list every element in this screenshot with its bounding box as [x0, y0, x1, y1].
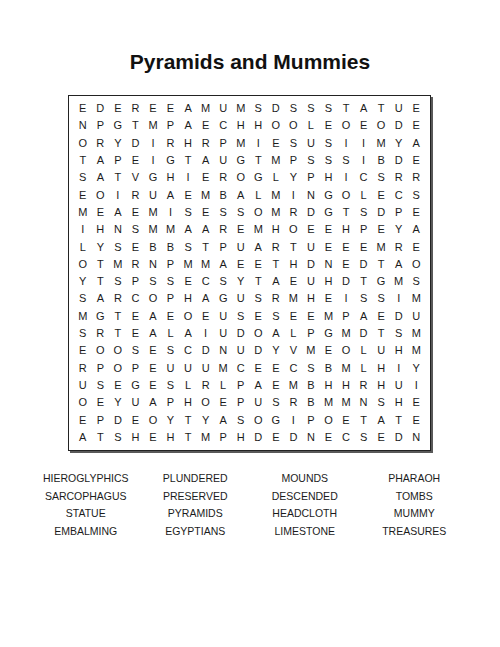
grid-cell-r12c12: R	[267, 290, 285, 307]
grid-cell-r12c17: S	[355, 290, 373, 307]
grid-cell-r1c16: T	[337, 100, 355, 117]
grid-cell-r14c18: T	[372, 325, 390, 342]
grid-cell-r2c6: P	[162, 117, 180, 134]
grid-cell-r15c17: L	[355, 342, 373, 359]
grid-cell-r8c6: M	[162, 221, 180, 238]
grid-cell-r15c11: D	[249, 342, 267, 359]
word-headcloth: HEADCLOTH	[252, 505, 358, 523]
grid-cell-r6c2: O	[92, 186, 110, 203]
grid-cell-r14c8: I	[197, 325, 215, 342]
grid-cell-r13c19: D	[390, 308, 408, 325]
grid-cell-r11c17: T	[355, 273, 373, 290]
grid-cell-r9c12: R	[267, 238, 285, 255]
grid-cell-r6c5: U	[144, 186, 162, 203]
grid-cell-r10c12: T	[267, 256, 285, 273]
grid-cell-r19c5: O	[144, 411, 162, 428]
grid-cell-r11c11: T	[249, 273, 267, 290]
grid-cell-r4c17: I	[355, 152, 373, 169]
grid-cell-r3c15: S	[320, 135, 338, 152]
grid-cell-r17c20: I	[407, 377, 425, 394]
grid-cell-r13c3: T	[109, 308, 127, 325]
grid-cell-r10c6: P	[162, 256, 180, 273]
word-tombs: TOMBS	[362, 488, 468, 506]
grid-cell-r15c19: H	[390, 342, 408, 359]
grid-cell-r17c18: H	[372, 377, 390, 394]
grid-cell-r3c4: D	[127, 135, 145, 152]
grid-cell-r17c19: U	[390, 377, 408, 394]
grid-cell-r3c3: Y	[109, 135, 127, 152]
grid-cell-r8c1: I	[74, 221, 92, 238]
grid-cell-r19c8: Y	[197, 411, 215, 428]
grid-cell-r15c2: O	[92, 342, 110, 359]
grid-cell-r6c19: C	[390, 186, 408, 203]
grid-cell-r19c10: S	[232, 411, 250, 428]
grid-cell-r12c11: S	[249, 290, 267, 307]
grid-cell-r7c19: P	[390, 204, 408, 221]
grid-cell-r2c9: C	[214, 117, 232, 134]
grid-cell-r17c8: R	[197, 377, 215, 394]
grid-cell-r9c19: R	[390, 238, 408, 255]
grid-cell-r3c2: R	[92, 135, 110, 152]
grid-cell-r14c12: A	[267, 325, 285, 342]
word-list-column-3: MOUNDSDESCENDEDHEADCLOTHLIMESTONE	[252, 470, 358, 540]
grid-cell-r19c19: T	[390, 411, 408, 428]
grid-cell-r8c5: M	[144, 221, 162, 238]
grid-cell-r14c11: O	[249, 325, 267, 342]
grid-cell-r9c4: E	[127, 238, 145, 255]
grid-cell-r10c10: E	[232, 256, 250, 273]
grid-cell-r10c17: D	[355, 256, 373, 273]
grid-cell-r20c16: C	[337, 429, 355, 446]
grid-cell-r19c9: A	[214, 411, 232, 428]
grid-cell-r19c6: Y	[162, 411, 180, 428]
grid-cell-r3c18: M	[372, 135, 390, 152]
grid-cell-r10c3: M	[109, 256, 127, 273]
grid-cell-r15c4: S	[127, 342, 145, 359]
grid-cell-r18c12: S	[267, 394, 285, 411]
grid-cell-r4c18: B	[372, 152, 390, 169]
grid-cell-r10c16: E	[337, 256, 355, 273]
grid-cell-r9c1: L	[74, 238, 92, 255]
grid-cell-r6c11: L	[249, 186, 267, 203]
grid-cell-r2c11: H	[249, 117, 267, 134]
grid-cell-r8c8: A	[197, 221, 215, 238]
grid-cell-r16c12: E	[267, 359, 285, 376]
grid-cell-r2c18: O	[372, 117, 390, 134]
grid-cell-r10c18: T	[372, 256, 390, 273]
grid-cell-r18c14: B	[302, 394, 320, 411]
grid-cell-r12c16: I	[337, 290, 355, 307]
grid-cell-r17c15: H	[320, 377, 338, 394]
grid-cell-r12c7: H	[179, 290, 197, 307]
grid-cell-r13c17: A	[355, 308, 373, 325]
grid-cell-r4c14: S	[302, 152, 320, 169]
grid-cell-r9c9: P	[214, 238, 232, 255]
grid-cell-r18c15: M	[320, 394, 338, 411]
grid-cell-r6c18: E	[372, 186, 390, 203]
grid-cell-r5c4: V	[127, 169, 145, 186]
grid-cell-r14c9: U	[214, 325, 232, 342]
word-list-column-4: PHARAOHTOMBSMUMMYTREASURES	[362, 470, 468, 540]
grid-cell-r7c9: S	[214, 204, 232, 221]
grid-cell-r1c20: E	[407, 100, 425, 117]
grid-cell-r7c15: G	[320, 204, 338, 221]
grid-cell-r7c3: A	[109, 204, 127, 221]
grid-cell-r12c1: S	[74, 290, 92, 307]
grid-cell-r9c14: U	[302, 238, 320, 255]
grid-cell-r9c13: T	[285, 238, 303, 255]
word-egyptians: EGYPTIANS	[143, 523, 249, 541]
grid-cell-r18c13: R	[285, 394, 303, 411]
grid-cell-r3c11: I	[249, 135, 267, 152]
grid-cell-r1c5: E	[144, 100, 162, 117]
grid-cell-r8c15: E	[320, 221, 338, 238]
grid-cell-r12c2: A	[92, 290, 110, 307]
grid-cell-r20c20: N	[407, 429, 425, 446]
grid-cell-r16c14: S	[302, 359, 320, 376]
grid-cell-r14c1: S	[74, 325, 92, 342]
grid-cell-r3c17: I	[355, 135, 373, 152]
grid-cell-r3c13: S	[285, 135, 303, 152]
grid-cell-r15c13: V	[285, 342, 303, 359]
grid-cell-r14c7: A	[179, 325, 197, 342]
grid-cell-r6c6: A	[162, 186, 180, 203]
grid-cell-r8c19: Y	[390, 221, 408, 238]
grid-cell-r16c19: I	[390, 359, 408, 376]
grid-cell-r15c14: M	[302, 342, 320, 359]
grid-cell-r9c16: E	[337, 238, 355, 255]
grid-cell-r4c3: P	[109, 152, 127, 169]
grid-cell-r11c16: D	[337, 273, 355, 290]
grid-cell-r17c4: G	[127, 377, 145, 394]
grid-cell-r12c5: O	[144, 290, 162, 307]
grid-cell-r17c16: H	[337, 377, 355, 394]
grid-cell-r11c8: C	[197, 273, 215, 290]
grid-cell-r4c6: G	[162, 152, 180, 169]
word-search-grid: EDEREEAMUMSDSSSTATUENPGTMPAECHHOOLEOEODE…	[68, 95, 431, 451]
grid-cell-r18c18: S	[372, 394, 390, 411]
grid-cell-r14c19: S	[390, 325, 408, 342]
grid-cell-r8c16: H	[337, 221, 355, 238]
grid-cell-r14c16: M	[337, 325, 355, 342]
grid-cell-r5c19: R	[390, 169, 408, 186]
grid-cell-r20c11: D	[249, 429, 267, 446]
grid-cell-r3c14: U	[302, 135, 320, 152]
grid-cell-r10c19: A	[390, 256, 408, 273]
grid-cell-r3c12: E	[267, 135, 285, 152]
grid-cell-r9c2: Y	[92, 238, 110, 255]
grid-cell-r13c16: P	[337, 308, 355, 325]
grid-cell-r9c5: B	[144, 238, 162, 255]
grid-cell-r13c11: E	[249, 308, 267, 325]
grid-cell-r5c9: R	[214, 169, 232, 186]
grid-cell-r19c4: E	[127, 411, 145, 428]
grid-cell-r19c3: D	[109, 411, 127, 428]
grid-cell-r13c7: O	[179, 308, 197, 325]
grid-cell-r18c2: E	[92, 394, 110, 411]
grid-cell-r8c7: A	[179, 221, 197, 238]
grid-cell-r14c4: E	[127, 325, 145, 342]
grid-cell-r18c1: O	[74, 394, 92, 411]
grid-cell-r16c3: O	[109, 359, 127, 376]
grid-cell-r9c15: E	[320, 238, 338, 255]
grid-cell-r4c11: T	[249, 152, 267, 169]
grid-cell-r4c9: U	[214, 152, 232, 169]
grid-cell-r10c4: R	[127, 256, 145, 273]
word-plundered: PLUNDERED	[143, 470, 249, 488]
grid-cell-r17c10: P	[232, 377, 250, 394]
grid-cell-r12c15: E	[320, 290, 338, 307]
word-mummy: MUMMY	[362, 505, 468, 523]
word-pharaoh: PHARAOH	[362, 470, 468, 488]
grid-cell-r19c11: O	[249, 411, 267, 428]
grid-cell-r6c16: O	[337, 186, 355, 203]
grid-cell-r18c17: N	[355, 394, 373, 411]
grid-cell-r5c15: H	[320, 169, 338, 186]
grid-cell-r1c4: R	[127, 100, 145, 117]
grid-cell-r11c13: E	[285, 273, 303, 290]
grid-cell-r11c20: S	[407, 273, 425, 290]
grid-cell-r1c10: M	[232, 100, 250, 117]
grid-cell-r15c12: Y	[267, 342, 285, 359]
grid-cell-r20c7: T	[179, 429, 197, 446]
grid-cell-r12c4: C	[127, 290, 145, 307]
grid-cell-r3c6: R	[162, 135, 180, 152]
grid-cell-r7c13: R	[285, 204, 303, 221]
grid-cell-r13c8: E	[197, 308, 215, 325]
grid-cell-r2c17: E	[355, 117, 373, 134]
grid-cell-r10c9: A	[214, 256, 232, 273]
grid-cell-r11c1: Y	[74, 273, 92, 290]
grid-cell-r11c2: T	[92, 273, 110, 290]
grid-cell-r20c12: E	[267, 429, 285, 446]
grid-cell-r7c2: E	[92, 204, 110, 221]
grid-cell-r6c17: L	[355, 186, 373, 203]
grid-cell-r10c1: O	[74, 256, 92, 273]
grid-cell-r15c9: N	[214, 342, 232, 359]
grid-cell-r19c20: E	[407, 411, 425, 428]
grid-cell-r17c7: L	[179, 377, 197, 394]
grid-cell-r7c17: S	[355, 204, 373, 221]
grid-cell-r2c10: H	[232, 117, 250, 134]
word-treasures: TREASURES	[362, 523, 468, 541]
grid-cell-r8c17: P	[355, 221, 373, 238]
grid-cell-r2c1: N	[74, 117, 92, 134]
grid-cell-r12c19: I	[390, 290, 408, 307]
grid-cell-r18c10: P	[232, 394, 250, 411]
word-preserved: PRESERVED	[143, 488, 249, 506]
grid-cell-r7c20: E	[407, 204, 425, 221]
grid-cell-r1c9: U	[214, 100, 232, 117]
grid-cell-r10c15: N	[320, 256, 338, 273]
grid-cell-r19c12: G	[267, 411, 285, 428]
grid-cell-r19c17: T	[355, 411, 373, 428]
grid-cell-r20c6: H	[162, 429, 180, 446]
grid-cell-r7c11: O	[249, 204, 267, 221]
grid-cell-r2c5: M	[144, 117, 162, 134]
grid-cell-r7c6: I	[162, 204, 180, 221]
grid-cell-r19c15: O	[320, 411, 338, 428]
grid-cell-r9c10: U	[232, 238, 250, 255]
word-pyramids: PYRAMIDS	[143, 505, 249, 523]
grid-cell-r5c10: O	[232, 169, 250, 186]
grid-cell-r12c3: R	[109, 290, 127, 307]
grid-cell-r10c8: M	[197, 256, 215, 273]
grid-cell-r1c13: S	[285, 100, 303, 117]
grid-cell-r1c15: S	[320, 100, 338, 117]
grid-cell-r13c9: U	[214, 308, 232, 325]
grid-cell-r3c19: Y	[390, 135, 408, 152]
grid-cell-r5c17: C	[355, 169, 373, 186]
grid-cell-r6c9: B	[214, 186, 232, 203]
grid-cell-r8c14: E	[302, 221, 320, 238]
grid-cell-r6c13: I	[285, 186, 303, 203]
grid-cell-r19c7: T	[179, 411, 197, 428]
grid-cell-r11c10: Y	[232, 273, 250, 290]
grid-cell-r19c14: P	[302, 411, 320, 428]
grid-cell-r13c12: S	[267, 308, 285, 325]
grid-cell-r16c13: C	[285, 359, 303, 376]
grid-cell-r5c2: A	[92, 169, 110, 186]
word-list-column-1: HIEROGLYPHICSSARCOPHAGUSSTATUEEMBALMING	[33, 470, 139, 540]
grid-cell-r5c3: T	[109, 169, 127, 186]
grid-cell-r5c14: P	[302, 169, 320, 186]
grid-cell-r6c7: E	[179, 186, 197, 203]
grid-cell-r18c5: A	[144, 394, 162, 411]
grid-cell-r14c13: L	[285, 325, 303, 342]
grid-cell-r8c9: R	[214, 221, 232, 238]
grid-cell-r20c18: E	[372, 429, 390, 446]
grid-cell-r18c9: E	[214, 394, 232, 411]
grid-cell-r13c15: M	[320, 308, 338, 325]
grid-cell-r20c13: D	[285, 429, 303, 446]
grid-cell-r1c2: D	[92, 100, 110, 117]
grid-cell-r13c20: U	[407, 308, 425, 325]
grid-cell-r17c11: A	[249, 377, 267, 394]
grid-cell-r1c19: U	[390, 100, 408, 117]
grid-cell-r17c3: E	[109, 377, 127, 394]
grid-cell-r20c4: H	[127, 429, 145, 446]
grid-cell-r16c4: P	[127, 359, 145, 376]
grid-cell-r16c15: B	[320, 359, 338, 376]
grid-cell-r7c8: E	[197, 204, 215, 221]
grid-cell-r17c2: S	[92, 377, 110, 394]
grid-cell-r7c14: D	[302, 204, 320, 221]
grid-cell-r18c16: M	[337, 394, 355, 411]
grid-cell-r19c18: A	[372, 411, 390, 428]
grid-cell-r3c20: A	[407, 135, 425, 152]
grid-cell-r7c18: D	[372, 204, 390, 221]
word-sarcophagus: SARCOPHAGUS	[33, 488, 139, 506]
grid-cell-r11c5: S	[144, 273, 162, 290]
grid-cell-r8c10: E	[232, 221, 250, 238]
grid-cell-r9c11: A	[249, 238, 267, 255]
grid-cell-r3c5: I	[144, 135, 162, 152]
grid-cell-r13c10: S	[232, 308, 250, 325]
grid-cell-r16c10: C	[232, 359, 250, 376]
grid-cell-r10c7: M	[179, 256, 197, 273]
grid-cell-r20c15: E	[320, 429, 338, 446]
grid-cell-r6c1: E	[74, 186, 92, 203]
grid-cell-r11c9: S	[214, 273, 232, 290]
grid-cell-r10c20: O	[407, 256, 425, 273]
grid-cell-r8c20: A	[407, 221, 425, 238]
grid-cell-r10c14: D	[302, 256, 320, 273]
grid-cell-r1c1: E	[74, 100, 92, 117]
grid-cell-r9c3: S	[109, 238, 127, 255]
grid-cell-r7c10: S	[232, 204, 250, 221]
grid-cell-r13c4: E	[127, 308, 145, 325]
grid-cell-r16c16: M	[337, 359, 355, 376]
grid-cell-r4c15: S	[320, 152, 338, 169]
grid-cell-r5c20: R	[407, 169, 425, 186]
grid-cell-r15c6: S	[162, 342, 180, 359]
grid-cell-r3c7: H	[179, 135, 197, 152]
grid-cell-r12c6: P	[162, 290, 180, 307]
grid-cell-r7c4: E	[127, 204, 145, 221]
grid-cell-r2c8: E	[197, 117, 215, 134]
grid-cell-r6c3: I	[109, 186, 127, 203]
word-list-column-2: PLUNDEREDPRESERVEDPYRAMIDSEGYPTIANS	[143, 470, 249, 540]
grid-cell-r15c8: D	[197, 342, 215, 359]
grid-cell-r17c12: E	[267, 377, 285, 394]
grid-cell-r14c6: L	[162, 325, 180, 342]
grid-cell-r15c16: O	[337, 342, 355, 359]
grid-cell-r18c8: O	[197, 394, 215, 411]
grid-cell-r18c3: Y	[109, 394, 127, 411]
grid-cell-r12c8: A	[197, 290, 215, 307]
grid-cell-r8c18: E	[372, 221, 390, 238]
word-search-page: Pyramids and Mummies EDEREEAMUMSDSSSTATU…	[0, 0, 500, 647]
grid-cell-r12c14: H	[302, 290, 320, 307]
grid-cell-r14c15: G	[320, 325, 338, 342]
grid-cell-r17c17: R	[355, 377, 373, 394]
word-limestone: LIMESTONE	[252, 523, 358, 541]
grid-cell-r12c18: S	[372, 290, 390, 307]
grid-cell-r5c18: S	[372, 169, 390, 186]
grid-cell-r13c13: E	[285, 308, 303, 325]
grid-cell-r20c10: H	[232, 429, 250, 446]
grid-cell-r10c11: E	[249, 256, 267, 273]
word-mounds: MOUNDS	[252, 470, 358, 488]
grid-cell-r2c2: P	[92, 117, 110, 134]
grid-cell-r3c9: P	[214, 135, 232, 152]
grid-cell-r10c5: N	[144, 256, 162, 273]
grid-cell-r14c17: D	[355, 325, 373, 342]
grid-cell-r17c5: E	[144, 377, 162, 394]
grid-cell-r16c7: U	[179, 359, 197, 376]
grid-cell-r5c7: I	[179, 169, 197, 186]
grid-cell-r2c20: E	[407, 117, 425, 134]
grid-cell-r2c13: O	[285, 117, 303, 134]
grid-cell-r10c2: T	[92, 256, 110, 273]
grid-cell-r16c9: M	[214, 359, 232, 376]
grid-cell-r8c2: H	[92, 221, 110, 238]
grid-cell-r17c14: B	[302, 377, 320, 394]
word-descended: DESCENDED	[252, 488, 358, 506]
grid-cell-r3c16: I	[337, 135, 355, 152]
grid-cell-r2c3: G	[109, 117, 127, 134]
grid-cell-r15c10: U	[232, 342, 250, 359]
grid-cell-r11c19: M	[390, 273, 408, 290]
grid-cell-r5c5: G	[144, 169, 162, 186]
grid-cell-r17c1: U	[74, 377, 92, 394]
word-hieroglyphics: HIEROGLYPHICS	[33, 470, 139, 488]
grid-cell-r11c18: G	[372, 273, 390, 290]
grid-cell-r1c14: S	[302, 100, 320, 117]
grid-cell-r18c6: P	[162, 394, 180, 411]
grid-cell-r16c8: U	[197, 359, 215, 376]
